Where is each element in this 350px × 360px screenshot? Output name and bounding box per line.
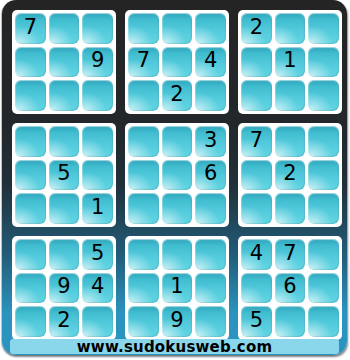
cell-r9c2[interactable]: 2 <box>49 306 80 337</box>
cell-r1c3[interactable] <box>82 13 113 44</box>
cell-r3c6[interactable] <box>195 80 226 111</box>
cell-r5c3[interactable] <box>82 160 113 191</box>
cell-r6c3[interactable]: 1 <box>82 193 113 224</box>
cell-r5c8[interactable]: 2 <box>275 160 306 191</box>
cell-r8c1[interactable] <box>15 273 46 304</box>
cell-r8c8[interactable]: 6 <box>275 273 306 304</box>
cell-r7c3[interactable]: 5 <box>82 239 113 270</box>
cell-r2c7[interactable] <box>241 47 272 78</box>
cell-r1c6[interactable] <box>195 13 226 44</box>
cell-r1c7[interactable]: 2 <box>241 13 272 44</box>
box-r1c3: 21 <box>238 10 342 114</box>
cell-r9c4[interactable] <box>128 306 159 337</box>
cell-r3c1[interactable] <box>15 80 46 111</box>
cell-r1c8[interactable] <box>275 13 306 44</box>
cell-r6c5[interactable] <box>162 193 193 224</box>
box-r1c1: 79 <box>12 10 116 114</box>
cell-r9c9[interactable] <box>308 306 339 337</box>
cell-r3c8[interactable] <box>275 80 306 111</box>
cell-r5c9[interactable] <box>308 160 339 191</box>
box-r2c1: 51 <box>12 123 116 227</box>
cell-r2c1[interactable] <box>15 47 46 78</box>
cell-r1c2[interactable] <box>49 13 80 44</box>
footer-bar: www.sudokusweb.com <box>10 339 339 354</box>
cell-r7c2[interactable] <box>49 239 80 270</box>
cell-r4c4[interactable] <box>128 126 159 157</box>
cell-r7c8[interactable]: 7 <box>275 239 306 270</box>
cell-r3c5[interactable]: 2 <box>162 80 193 111</box>
cell-r3c2[interactable] <box>49 80 80 111</box>
cell-r4c3[interactable] <box>82 126 113 157</box>
box-r3c3: 4765 <box>238 236 342 340</box>
box-r1c2: 742 <box>125 10 229 114</box>
cell-r8c7[interactable] <box>241 273 272 304</box>
cell-r8c2[interactable]: 9 <box>49 273 80 304</box>
cell-r4c9[interactable] <box>308 126 339 157</box>
cell-r2c6[interactable]: 4 <box>195 47 226 78</box>
cell-r3c7[interactable] <box>241 80 272 111</box>
cell-r7c6[interactable] <box>195 239 226 270</box>
cell-r2c4[interactable]: 7 <box>128 47 159 78</box>
cell-r3c3[interactable] <box>82 80 113 111</box>
box-r3c1: 5942 <box>12 236 116 340</box>
box-r3c2: 19 <box>125 236 229 340</box>
cell-r8c3[interactable]: 4 <box>82 273 113 304</box>
box-r2c3: 72 <box>238 123 342 227</box>
cell-r7c5[interactable] <box>162 239 193 270</box>
cell-r9c7[interactable]: 5 <box>241 306 272 337</box>
cell-r1c4[interactable] <box>128 13 159 44</box>
cell-r5c6[interactable]: 6 <box>195 160 226 191</box>
cell-r8c5[interactable]: 1 <box>162 273 193 304</box>
cell-r5c4[interactable] <box>128 160 159 191</box>
cell-r9c8[interactable] <box>275 306 306 337</box>
cell-r5c1[interactable] <box>15 160 46 191</box>
box-r2c2: 36 <box>125 123 229 227</box>
cell-r4c2[interactable] <box>49 126 80 157</box>
cell-r8c9[interactable] <box>308 273 339 304</box>
cell-r9c5[interactable]: 9 <box>162 306 193 337</box>
cell-r4c8[interactable] <box>275 126 306 157</box>
cell-r2c3[interactable]: 9 <box>82 47 113 78</box>
cell-r2c8[interactable]: 1 <box>275 47 306 78</box>
cell-r7c7[interactable]: 4 <box>241 239 272 270</box>
site-url: www.sudokusweb.com <box>77 338 272 356</box>
cell-r8c4[interactable] <box>128 273 159 304</box>
cell-r4c1[interactable] <box>15 126 46 157</box>
board-frame: 79742215136725942194765 www.sudokusweb.c… <box>2 0 347 355</box>
cell-r6c4[interactable] <box>128 193 159 224</box>
cell-r2c5[interactable] <box>162 47 193 78</box>
cell-r1c1[interactable]: 7 <box>15 13 46 44</box>
cell-r6c9[interactable] <box>308 193 339 224</box>
cell-r5c7[interactable] <box>241 160 272 191</box>
cell-r6c1[interactable] <box>15 193 46 224</box>
cell-r3c4[interactable] <box>128 80 159 111</box>
cell-r3c9[interactable] <box>308 80 339 111</box>
cell-r1c5[interactable] <box>162 13 193 44</box>
cell-r9c1[interactable] <box>15 306 46 337</box>
cell-r6c8[interactable] <box>275 193 306 224</box>
cell-r5c5[interactable] <box>162 160 193 191</box>
cell-r2c9[interactable] <box>308 47 339 78</box>
cell-r7c9[interactable] <box>308 239 339 270</box>
cell-r1c9[interactable] <box>308 13 339 44</box>
cell-r6c6[interactable] <box>195 193 226 224</box>
cell-r9c6[interactable] <box>195 306 226 337</box>
cell-r4c7[interactable]: 7 <box>241 126 272 157</box>
cell-r5c2[interactable]: 5 <box>49 160 80 191</box>
cell-r8c6[interactable] <box>195 273 226 304</box>
cell-r7c4[interactable] <box>128 239 159 270</box>
cell-r6c7[interactable] <box>241 193 272 224</box>
cell-r4c6[interactable]: 3 <box>195 126 226 157</box>
sudoku-board: 79742215136725942194765 <box>12 10 342 340</box>
cell-r7c1[interactable] <box>15 239 46 270</box>
cell-r4c5[interactable] <box>162 126 193 157</box>
sudoku-page: 79742215136725942194765 www.sudokusweb.c… <box>0 0 350 360</box>
cell-r2c2[interactable] <box>49 47 80 78</box>
cell-r6c2[interactable] <box>49 193 80 224</box>
cell-r9c3[interactable] <box>82 306 113 337</box>
